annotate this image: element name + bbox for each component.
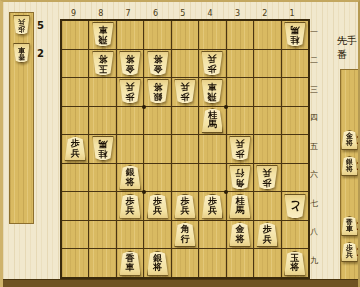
kanji-char: 馬	[208, 120, 217, 130]
cell-9-7[interactable]	[62, 192, 88, 220]
cell-2-6[interactable]: 歩兵	[254, 164, 280, 192]
kanji-char: 飛	[98, 35, 107, 45]
bishop-kanji: 角行	[174, 222, 196, 247]
shogi-app: 987654321 一二三四五六七八九 先手番 歩兵5香車2 金将1銀将1香車1…	[0, 0, 360, 287]
cell-1-9[interactable]: 玉将	[282, 249, 308, 277]
kanji-char: 兵	[126, 206, 135, 216]
file-label-2: 2	[251, 10, 278, 18]
rank-label-1: 一	[309, 29, 319, 37]
cell-8-7[interactable]	[89, 192, 115, 220]
file-label-3: 3	[224, 10, 251, 18]
cell-8-6[interactable]	[89, 164, 115, 192]
pawn-kanji: 歩兵	[256, 165, 278, 190]
cell-4-5[interactable]	[199, 135, 225, 163]
cell-3-7[interactable]: 桂馬	[227, 192, 253, 220]
kanji-char: 車	[98, 25, 107, 35]
cell-6-1[interactable]	[144, 21, 170, 49]
rank-label-5: 五	[309, 143, 319, 151]
kanji-char: 将	[126, 178, 135, 188]
file-label-5: 5	[169, 10, 196, 18]
shogi-piece-tokin-gote[interactable]: と	[284, 194, 306, 219]
file-label-8: 8	[87, 10, 114, 18]
rank-label-7: 七	[309, 200, 319, 208]
knight-kanji: 桂馬	[229, 194, 251, 219]
cell-3-8[interactable]: 金将	[227, 221, 253, 249]
kanji-char: 兵	[263, 235, 272, 245]
cell-4-9[interactable]	[199, 249, 225, 277]
cell-9-1[interactable]	[62, 21, 88, 49]
kanji-char: 歩	[208, 63, 217, 73]
kanji-char: 将	[346, 140, 353, 148]
cell-4-2[interactable]: 歩兵	[199, 50, 225, 78]
shogi-piece-knight-gote[interactable]: 桂馬	[92, 136, 114, 161]
cell-7-1[interactable]	[117, 21, 143, 49]
gold-kanji: 金将	[119, 51, 141, 76]
cell-6-6[interactable]	[144, 164, 170, 192]
lance-kanji: 香車	[13, 43, 30, 63]
shogi-piece-pawn-gote[interactable]: 歩兵	[201, 51, 223, 76]
silver-kanji: 銀将	[119, 165, 141, 190]
kanji-char: 銀	[153, 92, 162, 102]
cell-6-8[interactable]	[144, 221, 170, 249]
sente-hand-count-silver: 1	[356, 161, 360, 172]
cell-3-5[interactable]: 歩兵	[227, 135, 253, 163]
kanji-char: 将	[290, 263, 299, 273]
shogi-piece-pawn-gote[interactable]: 歩兵	[174, 79, 196, 104]
kanji-char: 歩	[126, 92, 135, 102]
kanji-char: 将	[126, 54, 135, 64]
kanji-char: 車	[126, 263, 135, 273]
kanji-char: 行	[235, 168, 244, 178]
shogi-piece-silver-sente[interactable]: 銀将	[119, 165, 141, 190]
cell-2-7[interactable]	[254, 192, 280, 220]
lance-kanji: 香車	[119, 251, 141, 276]
knight-kanji: 桂馬	[92, 136, 114, 161]
kanji-char: 歩	[235, 149, 244, 159]
cell-8-1[interactable]: 飛車	[89, 21, 115, 49]
kanji-char: 馬	[235, 206, 244, 216]
shogi-piece-pawn-sente[interactable]: 歩兵	[256, 222, 278, 247]
sente-hand-count-gold: 1	[356, 135, 360, 146]
cell-1-2[interactable]	[282, 50, 308, 78]
gote-hand-count-lance: 2	[37, 48, 44, 59]
star-point	[142, 190, 146, 194]
kanji-char: 兵	[263, 168, 272, 178]
cell-9-4[interactable]	[62, 107, 88, 135]
cell-3-2[interactable]	[227, 50, 253, 78]
cell-9-3[interactable]	[62, 78, 88, 106]
sente-hand-count-pawn: 1	[356, 247, 360, 258]
knight-kanji: 桂馬	[201, 108, 223, 133]
king-kanji: 玉将	[92, 51, 114, 76]
shogi-piece-rook-gote[interactable]: 飛車	[92, 22, 114, 47]
cell-4-8[interactable]	[199, 221, 225, 249]
cell-2-5[interactable]	[254, 135, 280, 163]
rank-label-3: 三	[309, 86, 319, 94]
kanji-char: 桂	[290, 35, 299, 45]
kanji-char: 将	[98, 54, 107, 64]
shogi-piece-bishop-gote[interactable]: 角行	[229, 165, 251, 190]
gote-hand-count-pawn: 5	[37, 20, 44, 31]
shogi-piece-gold-gote[interactable]: 金将	[119, 51, 141, 76]
cell-2-3[interactable]	[254, 78, 280, 106]
pawn-kanji: 歩兵	[147, 194, 169, 219]
kanji-char: 歩	[263, 178, 272, 188]
cell-8-2[interactable]: 玉将	[89, 50, 115, 78]
shogi-piece-pawn-sente[interactable]: 歩兵	[119, 194, 141, 219]
file-label-1: 1	[279, 10, 306, 18]
cell-5-4[interactable]	[172, 107, 198, 135]
cell-5-7[interactable]: 歩兵	[172, 192, 198, 220]
kanji-char: と	[289, 200, 301, 213]
rank-label-4: 四	[309, 114, 319, 122]
cell-8-8[interactable]	[89, 221, 115, 249]
kanji-char: 金	[126, 63, 135, 73]
kanji-char: 将	[235, 235, 244, 245]
knight-kanji: 桂馬	[284, 22, 306, 47]
kanji-char: 兵	[71, 149, 80, 159]
cell-3-9[interactable]	[227, 249, 253, 277]
cell-2-4[interactable]	[254, 107, 280, 135]
shogi-piece-lance-gote[interactable]: 香車	[13, 43, 30, 63]
cell-7-6[interactable]: 銀将	[117, 164, 143, 192]
kanji-char: 兵	[346, 252, 353, 260]
cell-7-7[interactable]: 歩兵	[117, 192, 143, 220]
shogi-piece-pawn-sente[interactable]: 歩兵	[201, 194, 223, 219]
shogi-piece-silver-gote[interactable]: 銀将	[147, 79, 169, 104]
kanji-char: 角	[235, 178, 244, 188]
kanji-char: 兵	[180, 206, 189, 216]
cell-1-1[interactable]: 桂馬	[282, 21, 308, 49]
cell-5-1[interactable]	[172, 21, 198, 49]
shogi-piece-pawn-gote[interactable]: 歩兵	[119, 79, 141, 104]
shogi-piece-knight-sente[interactable]: 桂馬	[201, 108, 223, 133]
cell-1-4[interactable]	[282, 107, 308, 135]
cell-6-9[interactable]: 銀将	[144, 249, 170, 277]
rank-label-8: 八	[309, 228, 319, 236]
shogi-piece-rook-gote[interactable]: 飛車	[201, 79, 223, 104]
shogi-piece-gold-sente[interactable]: 金将	[229, 222, 251, 247]
cell-2-1[interactable]	[254, 21, 280, 49]
kanji-char: 兵	[208, 54, 217, 64]
pawn-kanji: 歩兵	[119, 194, 141, 219]
kanji-char: 兵	[126, 82, 135, 92]
pawn-kanji: 歩兵	[174, 79, 196, 104]
cell-9-5[interactable]: 歩兵	[62, 135, 88, 163]
kanji-char: 将	[346, 166, 353, 174]
cell-3-6[interactable]: 角行	[227, 164, 253, 192]
shogi-piece-pawn-sente[interactable]: 歩兵	[174, 194, 196, 219]
cell-2-9[interactable]	[254, 249, 280, 277]
kanji-char: 兵	[153, 206, 162, 216]
cell-3-1[interactable]	[227, 21, 253, 49]
kanji-char: 車	[18, 46, 25, 54]
kanji-char: 将	[153, 82, 162, 92]
kanji-char: 兵	[18, 18, 25, 26]
file-label-6: 6	[142, 10, 169, 18]
kanji-char: 馬	[98, 139, 107, 149]
shogi-piece-pawn-gote[interactable]: 歩兵	[13, 15, 30, 35]
kanji-char: 歩	[18, 25, 25, 33]
pawn-kanji: 歩兵	[256, 222, 278, 247]
cell-7-3[interactable]: 歩兵	[117, 78, 143, 106]
cell-7-4[interactable]	[117, 107, 143, 135]
shogi-piece-pawn-sente[interactable]: 歩兵	[147, 194, 169, 219]
turn-indicator: 先手番	[337, 34, 358, 62]
pawn-kanji: 歩兵	[229, 136, 251, 161]
cell-9-8[interactable]	[62, 221, 88, 249]
cell-6-4[interactable]	[144, 107, 170, 135]
pawn-kanji: 歩兵	[201, 51, 223, 76]
pawn-kanji: 歩兵	[201, 194, 223, 219]
cell-7-9[interactable]: 香車	[117, 249, 143, 277]
cell-1-7[interactable]: と	[282, 192, 308, 220]
kanji-char: 行	[180, 235, 189, 245]
cell-9-2[interactable]	[62, 50, 88, 78]
king-kanji: 玉将	[284, 251, 306, 276]
cell-4-7[interactable]: 歩兵	[199, 192, 225, 220]
kanji-char: 将	[153, 54, 162, 64]
pawn-kanji: 歩兵	[119, 79, 141, 104]
shogi-piece-pawn-gote[interactable]: 歩兵	[256, 165, 278, 190]
cell-8-4[interactable]	[89, 107, 115, 135]
cell-3-3[interactable]	[227, 78, 253, 106]
kanji-char: 金	[153, 63, 162, 73]
cell-2-8[interactable]: 歩兵	[254, 221, 280, 249]
kanji-char: 兵	[208, 206, 217, 216]
shogi-piece-king-sente[interactable]: 玉将	[284, 251, 306, 276]
silver-kanji: 銀将	[147, 79, 169, 104]
frame-bottom-bar	[3, 279, 358, 287]
cell-4-1[interactable]	[199, 21, 225, 49]
shogi-piece-silver-sente[interactable]: 銀将	[147, 251, 169, 276]
cell-7-5[interactable]	[117, 135, 143, 163]
sente-hand-count-lance: 1	[356, 221, 360, 232]
cell-1-8[interactable]	[282, 221, 308, 249]
pawn-kanji: 歩兵	[174, 194, 196, 219]
cell-5-8[interactable]: 角行	[172, 221, 198, 249]
cell-5-3[interactable]: 歩兵	[172, 78, 198, 106]
shogi-piece-king-gote[interactable]: 玉将	[92, 51, 114, 76]
star-point	[142, 105, 146, 109]
rank-label-6: 六	[309, 171, 319, 179]
star-point	[224, 190, 228, 194]
file-label-7: 7	[115, 10, 142, 18]
cell-1-5[interactable]	[282, 135, 308, 163]
bishop-kanji: 角行	[229, 165, 251, 190]
tokin-kanji: と	[284, 194, 306, 219]
kanji-char: 将	[153, 263, 162, 273]
cell-8-5[interactable]: 桂馬	[89, 135, 115, 163]
cell-7-8[interactable]	[117, 221, 143, 249]
cell-6-7[interactable]: 歩兵	[144, 192, 170, 220]
cell-4-4[interactable]: 桂馬	[199, 107, 225, 135]
cell-2-2[interactable]	[254, 50, 280, 78]
cell-9-6[interactable]	[62, 164, 88, 192]
cell-8-3[interactable]	[89, 78, 115, 106]
rook-kanji: 飛車	[201, 79, 223, 104]
cell-1-3[interactable]	[282, 78, 308, 106]
rank-label-9: 九	[309, 257, 319, 265]
kanji-char: 兵	[180, 82, 189, 92]
shogi-board: 飛車桂馬玉将金将金将歩兵歩兵銀将歩兵飛車桂馬歩兵桂馬歩兵銀将角行歩兵歩兵歩兵歩兵…	[60, 19, 310, 279]
kanji-char: 馬	[290, 25, 299, 35]
rank-label-2: 二	[309, 57, 319, 65]
pawn-kanji: 歩兵	[64, 136, 86, 161]
shogi-piece-pawn-sente[interactable]: 歩兵	[64, 136, 86, 161]
cell-5-2[interactable]	[172, 50, 198, 78]
cell-5-5[interactable]	[172, 135, 198, 163]
kanji-char: 車	[208, 82, 217, 92]
rook-kanji: 飛車	[92, 22, 114, 47]
cell-4-6[interactable]	[199, 164, 225, 192]
kanji-char: 兵	[235, 139, 244, 149]
silver-kanji: 銀将	[147, 251, 169, 276]
kanji-char: 飛	[208, 92, 217, 102]
pawn-kanji: 歩兵	[13, 15, 30, 35]
cell-3-4[interactable]	[227, 107, 253, 135]
kanji-char: 玉	[98, 63, 107, 73]
file-label-4: 4	[197, 10, 224, 18]
cell-6-2[interactable]: 金将	[144, 50, 170, 78]
kanji-char: 桂	[98, 149, 107, 159]
cell-5-9[interactable]	[172, 249, 198, 277]
shogi-piece-gold-gote[interactable]: 金将	[147, 51, 169, 76]
file-label-9: 9	[60, 10, 87, 18]
cell-9-9[interactable]	[62, 249, 88, 277]
cell-6-3[interactable]: 銀将	[144, 78, 170, 106]
star-point	[224, 105, 228, 109]
shogi-piece-lance-sente[interactable]: 香車	[119, 251, 141, 276]
cell-5-6[interactable]	[172, 164, 198, 192]
gold-kanji: 金将	[229, 222, 251, 247]
cell-6-5[interactable]	[144, 135, 170, 163]
cell-7-2[interactable]: 金将	[117, 50, 143, 78]
cell-1-6[interactable]	[282, 164, 308, 192]
kanji-char: 車	[346, 226, 353, 234]
cell-8-9[interactable]	[89, 249, 115, 277]
shogi-piece-pawn-gote[interactable]: 歩兵	[229, 136, 251, 161]
shogi-piece-knight-gote[interactable]: 桂馬	[284, 22, 306, 47]
shogi-piece-bishop-sente[interactable]: 角行	[174, 222, 196, 247]
cell-4-3[interactable]: 飛車	[199, 78, 225, 106]
kanji-char: 歩	[180, 92, 189, 102]
shogi-piece-knight-sente[interactable]: 桂馬	[229, 194, 251, 219]
kanji-char: 香	[18, 53, 25, 61]
gold-kanji: 金将	[147, 51, 169, 76]
